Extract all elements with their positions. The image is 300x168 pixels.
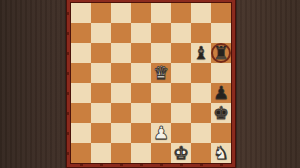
file-tick-a [80, 164, 83, 166]
square-d8[interactable] [131, 3, 151, 23]
square-h1[interactable]: ♞ [211, 143, 231, 163]
square-e2[interactable]: ♟ [151, 123, 171, 143]
square-g6[interactable]: ♝ [191, 43, 211, 63]
square-g5[interactable] [191, 63, 211, 83]
square-a1[interactable] [71, 143, 91, 163]
square-b5[interactable] [91, 63, 111, 83]
rank-tick-1 [67, 152, 69, 155]
file-tick-f [180, 164, 183, 166]
black-king-h3[interactable]: ♚ [211, 102, 231, 123]
board-frame: ♝♜♛♟♚♟♚♞ [66, 0, 236, 168]
square-f6[interactable] [171, 43, 191, 63]
file-tick-c [120, 164, 123, 166]
square-d2[interactable] [131, 123, 151, 143]
square-c1[interactable] [111, 143, 131, 163]
square-a6[interactable] [71, 43, 91, 63]
rank-tick-2 [67, 132, 69, 135]
square-f7[interactable] [171, 23, 191, 43]
square-g7[interactable] [191, 23, 211, 43]
square-b2[interactable] [91, 123, 111, 143]
square-g2[interactable] [191, 123, 211, 143]
white-knight-h1[interactable]: ♞ [211, 142, 231, 163]
square-b7[interactable] [91, 23, 111, 43]
square-b4[interactable] [91, 83, 111, 103]
square-d1[interactable] [131, 143, 151, 163]
black-rook-h6[interactable]: ♜ [211, 42, 231, 63]
black-pawn-h4[interactable]: ♟ [211, 82, 231, 103]
square-a5[interactable] [71, 63, 91, 83]
square-h4[interactable]: ♟ [211, 83, 231, 103]
rank-tick-6 [67, 52, 69, 55]
file-tick-e [160, 164, 163, 166]
square-b3[interactable] [91, 103, 111, 123]
square-c8[interactable] [111, 3, 131, 23]
square-b8[interactable] [91, 3, 111, 23]
rank-tick-7 [67, 32, 69, 35]
square-e3[interactable] [151, 103, 171, 123]
square-g4[interactable] [191, 83, 211, 103]
video-frame-background: ♝♜♛♟♚♟♚♞ [0, 0, 300, 168]
square-f3[interactable] [171, 103, 191, 123]
square-g8[interactable] [191, 3, 211, 23]
square-a8[interactable] [71, 3, 91, 23]
square-c3[interactable] [111, 103, 131, 123]
square-h5[interactable] [211, 63, 231, 83]
square-h8[interactable] [211, 3, 231, 23]
square-g1[interactable] [191, 143, 211, 163]
square-g3[interactable] [191, 103, 211, 123]
square-d5[interactable] [131, 63, 151, 83]
white-queen-e5[interactable]: ♛ [151, 62, 171, 83]
square-c4[interactable] [111, 83, 131, 103]
square-c5[interactable] [111, 63, 131, 83]
square-f5[interactable] [171, 63, 191, 83]
rank-tick-5 [67, 72, 69, 75]
square-c7[interactable] [111, 23, 131, 43]
square-d7[interactable] [131, 23, 151, 43]
square-h7[interactable] [211, 23, 231, 43]
square-a4[interactable] [71, 83, 91, 103]
square-a7[interactable] [71, 23, 91, 43]
square-c2[interactable] [111, 123, 131, 143]
square-e7[interactable] [151, 23, 171, 43]
rank-tick-8 [67, 12, 69, 15]
square-e1[interactable] [151, 143, 171, 163]
square-c6[interactable] [111, 43, 131, 63]
file-tick-h [220, 164, 223, 166]
black-bishop-g6[interactable]: ♝ [191, 42, 211, 63]
square-f8[interactable] [171, 3, 191, 23]
square-a2[interactable] [71, 123, 91, 143]
white-pawn-e2[interactable]: ♟ [151, 122, 171, 143]
white-king-f1[interactable]: ♚ [171, 142, 191, 163]
rank-tick-3 [67, 112, 69, 115]
square-a3[interactable] [71, 103, 91, 123]
square-h3[interactable]: ♚ [211, 103, 231, 123]
square-b6[interactable] [91, 43, 111, 63]
file-tick-b [100, 164, 103, 166]
square-e8[interactable] [151, 3, 171, 23]
square-e4[interactable] [151, 83, 171, 103]
square-h6[interactable]: ♜ [211, 43, 231, 63]
square-f2[interactable] [171, 123, 191, 143]
chess-board: ♝♜♛♟♚♟♚♞ [71, 3, 231, 163]
square-f4[interactable] [171, 83, 191, 103]
square-e5[interactable]: ♛ [151, 63, 171, 83]
square-b1[interactable] [91, 143, 111, 163]
file-tick-g [200, 164, 203, 166]
square-h2[interactable] [211, 123, 231, 143]
square-e6[interactable] [151, 43, 171, 63]
square-d3[interactable] [131, 103, 151, 123]
square-d4[interactable] [131, 83, 151, 103]
rank-tick-4 [67, 92, 69, 95]
square-f1[interactable]: ♚ [171, 143, 191, 163]
square-d6[interactable] [131, 43, 151, 63]
file-tick-d [140, 164, 143, 166]
